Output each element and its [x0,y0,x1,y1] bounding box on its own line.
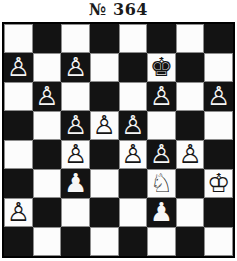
square-g8[interactable] [176,24,205,53]
white-pawn-piece: ♙ [150,82,173,111]
white-pawn-piece: ♙ [121,140,144,169]
square-a2[interactable]: ♙ [4,198,33,227]
square-a3[interactable] [4,169,33,198]
square-b3[interactable] [33,169,62,198]
square-e7[interactable] [119,53,148,82]
square-a1[interactable] [4,227,33,256]
square-a5[interactable] [4,111,33,140]
white-pawn-piece: ♙ [64,53,87,82]
square-a7[interactable]: ♙ [4,53,33,82]
black-pawn-piece: ♟ [150,198,173,227]
square-h4[interactable] [204,140,233,169]
square-g3[interactable] [176,169,205,198]
square-d1[interactable] [90,227,119,256]
square-e1[interactable] [119,227,148,256]
square-e5[interactable]: ♙ [119,111,148,140]
square-b2[interactable] [33,198,62,227]
square-c8[interactable] [61,24,90,53]
white-pawn-piece: ♙ [64,111,87,140]
square-e4[interactable]: ♙ [119,140,148,169]
square-b6[interactable]: ♙ [33,82,62,111]
chess-board: ♙♙♚♙♙♙♙♙♙♙♙♙♙♟♘♔♙♟ [2,22,235,258]
square-g4[interactable]: ♙ [176,140,205,169]
puzzle-number-title: № 364 [0,0,237,21]
square-b5[interactable] [33,111,62,140]
square-b7[interactable] [33,53,62,82]
square-a6[interactable] [4,82,33,111]
square-c7[interactable]: ♙ [61,53,90,82]
square-f6[interactable]: ♙ [147,82,176,111]
black-pawn-piece: ♟ [64,169,87,198]
square-f8[interactable] [147,24,176,53]
square-d3[interactable] [90,169,119,198]
square-c5[interactable]: ♙ [61,111,90,140]
square-c6[interactable] [61,82,90,111]
square-f2[interactable]: ♟ [147,198,176,227]
square-b1[interactable] [33,227,62,256]
square-h6[interactable]: ♙ [204,82,233,111]
white-pawn-piece: ♙ [150,140,173,169]
white-pawn-piece: ♙ [93,111,116,140]
square-d5[interactable]: ♙ [90,111,119,140]
square-h2[interactable] [204,198,233,227]
square-h3[interactable]: ♔ [204,169,233,198]
black-king-piece: ♚ [150,53,173,82]
square-e3[interactable] [119,169,148,198]
square-f4[interactable]: ♙ [147,140,176,169]
square-a4[interactable] [4,140,33,169]
white-pawn-piece: ♙ [7,53,30,82]
square-h1[interactable] [204,227,233,256]
square-e6[interactable] [119,82,148,111]
white-pawn-piece: ♙ [178,140,201,169]
square-d6[interactable] [90,82,119,111]
square-h5[interactable] [204,111,233,140]
square-b4[interactable] [33,140,62,169]
square-c3[interactable]: ♟ [61,169,90,198]
square-g5[interactable] [176,111,205,140]
square-d7[interactable] [90,53,119,82]
white-pawn-piece: ♙ [207,82,230,111]
square-d2[interactable] [90,198,119,227]
white-pawn-piece: ♙ [7,198,30,227]
square-d8[interactable] [90,24,119,53]
square-e8[interactable] [119,24,148,53]
white-king-piece: ♔ [207,169,230,198]
square-c1[interactable] [61,227,90,256]
square-g1[interactable] [176,227,205,256]
white-knight-piece: ♘ [150,169,173,198]
square-h7[interactable] [204,53,233,82]
square-g2[interactable] [176,198,205,227]
square-a8[interactable] [4,24,33,53]
white-pawn-piece: ♙ [121,111,144,140]
square-b8[interactable] [33,24,62,53]
square-f5[interactable] [147,111,176,140]
square-f3[interactable]: ♘ [147,169,176,198]
square-g7[interactable] [176,53,205,82]
square-f1[interactable] [147,227,176,256]
white-pawn-piece: ♙ [64,140,87,169]
square-c4[interactable]: ♙ [61,140,90,169]
white-pawn-piece: ♙ [35,82,58,111]
square-g6[interactable] [176,82,205,111]
square-h8[interactable] [204,24,233,53]
square-f7[interactable]: ♚ [147,53,176,82]
square-d4[interactable] [90,140,119,169]
square-c2[interactable] [61,198,90,227]
square-e2[interactable] [119,198,148,227]
